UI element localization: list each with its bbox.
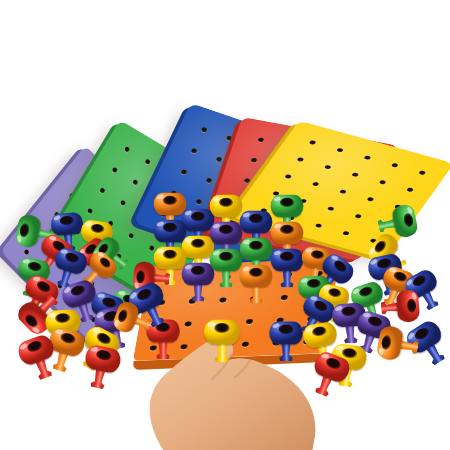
- board-hole[interactable]: [219, 297, 227, 302]
- board-hole[interactable]: [184, 321, 192, 326]
- peg-head: [14, 213, 42, 249]
- peg-hole: [19, 222, 31, 238]
- peg-hole: [327, 287, 342, 298]
- peg-hole: [191, 266, 205, 275]
- peg-head: [210, 195, 243, 217]
- peg-head: [271, 222, 304, 244]
- peg-head: [210, 249, 243, 271]
- board-hole[interactable]: [195, 199, 202, 205]
- peg-hole: [117, 308, 130, 323]
- peg-head: [240, 265, 273, 287]
- board-hole[interactable]: [327, 206, 335, 211]
- board-hole[interactable]: [284, 174, 292, 179]
- board-hole[interactable]: [144, 158, 151, 165]
- board-hole[interactable]: [191, 148, 198, 154]
- board-hole[interactable]: [406, 187, 414, 192]
- board-hole[interactable]: [339, 189, 347, 194]
- board-hole[interactable]: [111, 167, 118, 174]
- peg-hole: [341, 347, 358, 359]
- peg-hole: [403, 212, 415, 228]
- peg-hole: [249, 241, 263, 250]
- peg-hole: [59, 215, 74, 225]
- board-hole[interactable]: [296, 157, 304, 162]
- board-hole[interactable]: [246, 319, 254, 324]
- peg-red[interactable]: [78, 343, 124, 394]
- peg-hole: [372, 238, 388, 254]
- peg-orange[interactable]: [376, 323, 424, 365]
- board-hole[interactable]: [226, 135, 233, 141]
- peg-head: [271, 195, 304, 217]
- peg-hole: [27, 261, 43, 273]
- board-hole[interactable]: [315, 223, 323, 228]
- peg-hole: [191, 212, 205, 221]
- peg-hole: [341, 306, 356, 316]
- peg-hole: [90, 223, 105, 234]
- peg-hole: [163, 196, 177, 205]
- peg-hole: [55, 313, 71, 324]
- board-hole[interactable]: [120, 200, 127, 207]
- peg-hole: [23, 312, 40, 329]
- peg-hole: [411, 274, 428, 289]
- peg-hole: [214, 323, 230, 333]
- board-hole[interactable]: [342, 231, 350, 236]
- peg-hole: [249, 268, 263, 277]
- peg-orange[interactable]: [239, 265, 274, 306]
- peg-hole: [280, 225, 294, 234]
- board-hole[interactable]: [418, 170, 426, 175]
- board-hole[interactable]: [363, 155, 371, 160]
- board-hole[interactable]: [132, 179, 139, 186]
- peg-hole: [163, 223, 177, 232]
- board-hole[interactable]: [251, 158, 258, 163]
- board-hole[interactable]: [87, 208, 94, 215]
- peg-head: [240, 238, 273, 260]
- board-hole[interactable]: [216, 156, 223, 162]
- peg-hole: [163, 250, 177, 259]
- peg-hole: [219, 198, 233, 207]
- peg-hole: [191, 239, 205, 248]
- board-hole[interactable]: [354, 214, 362, 219]
- peg-head: [376, 324, 405, 361]
- peg-hole: [406, 298, 416, 313]
- board-hole[interactable]: [312, 182, 320, 187]
- peg-hole: [95, 331, 113, 347]
- peg-head: [210, 222, 243, 244]
- board-hole[interactable]: [205, 177, 212, 183]
- peg-head: [15, 333, 56, 368]
- peg-yellow[interactable]: [203, 320, 241, 365]
- peg-hole: [280, 198, 294, 207]
- peg-hole: [332, 258, 349, 274]
- board-hole[interactable]: [391, 163, 399, 168]
- board-hole[interactable]: [99, 187, 106, 194]
- peg-hole: [380, 334, 392, 350]
- peg-hole: [26, 339, 44, 354]
- board-hole[interactable]: [201, 127, 208, 133]
- peg-hole: [280, 252, 294, 261]
- peg-hole: [64, 251, 80, 264]
- board-hole[interactable]: [180, 169, 187, 175]
- peg-hole: [312, 299, 329, 314]
- board-hole[interactable]: [379, 180, 387, 185]
- peg-hole: [95, 349, 112, 362]
- board-hole[interactable]: [366, 197, 374, 202]
- board-hole[interactable]: [351, 172, 359, 177]
- peg-head: [240, 211, 273, 233]
- peg-hole: [59, 331, 77, 345]
- board-hole[interactable]: [280, 295, 288, 300]
- board-hole[interactable]: [309, 140, 317, 145]
- peg-head: [396, 289, 421, 323]
- peg-hole: [219, 225, 233, 234]
- board-hole[interactable]: [128, 232, 135, 239]
- peg-hole: [219, 252, 233, 261]
- peg-hole: [136, 270, 146, 284]
- board-hole[interactable]: [244, 178, 251, 183]
- peg-hole: [310, 250, 324, 260]
- peg-hole: [249, 214, 263, 223]
- board-hole[interactable]: [124, 146, 131, 153]
- peg-head: [204, 320, 240, 345]
- peg-hole: [69, 284, 86, 298]
- board-hole[interactable]: [23, 249, 29, 256]
- peg-hole: [98, 255, 113, 269]
- peg-hole: [135, 287, 153, 302]
- product-photo-scene: [0, 0, 450, 450]
- board-hole[interactable]: [324, 165, 332, 170]
- peg-hole: [358, 285, 374, 298]
- board-hole[interactable]: [257, 137, 264, 142]
- board-hole[interactable]: [336, 148, 344, 153]
